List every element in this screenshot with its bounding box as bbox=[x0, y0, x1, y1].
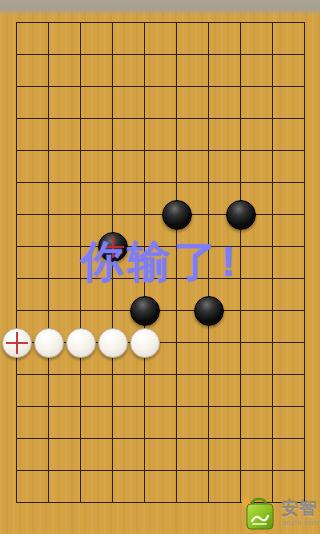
grid-cell bbox=[209, 471, 241, 503]
shopping-bag-icon bbox=[239, 497, 279, 530]
grid-cell bbox=[273, 215, 305, 247]
grid-cell bbox=[113, 439, 145, 471]
grid-cell bbox=[113, 343, 145, 375]
grid-cell bbox=[145, 247, 177, 279]
grid-cell bbox=[241, 215, 273, 247]
grid-cell bbox=[17, 119, 49, 151]
grid-cell bbox=[145, 439, 177, 471]
grid-cell bbox=[113, 407, 145, 439]
grid-cell bbox=[145, 151, 177, 183]
grid-cell bbox=[177, 439, 209, 471]
grid-cell bbox=[49, 119, 81, 151]
grid-cell bbox=[113, 471, 145, 503]
grid-cell bbox=[145, 343, 177, 375]
grid-cell bbox=[177, 471, 209, 503]
grid-cell bbox=[241, 55, 273, 87]
grid-cell bbox=[209, 151, 241, 183]
grid-cell bbox=[241, 311, 273, 343]
grid-cell bbox=[177, 151, 209, 183]
grid-cell bbox=[177, 87, 209, 119]
grid-cell bbox=[273, 23, 305, 55]
grid-cell bbox=[113, 311, 145, 343]
grid-cell bbox=[81, 407, 113, 439]
grid-cell bbox=[81, 23, 113, 55]
grid-cell bbox=[177, 215, 209, 247]
grid-cell bbox=[145, 279, 177, 311]
grid-cell bbox=[17, 23, 49, 55]
grid-cell bbox=[177, 279, 209, 311]
grid-cell bbox=[209, 183, 241, 215]
grid-cell bbox=[209, 247, 241, 279]
grid-cell bbox=[209, 439, 241, 471]
grid-cell bbox=[49, 343, 81, 375]
grid-cell bbox=[17, 311, 49, 343]
grid-cell bbox=[241, 23, 273, 55]
grid-cell bbox=[241, 151, 273, 183]
watermark-text: 安智 anzhi.com bbox=[282, 500, 318, 527]
grid-cell bbox=[145, 55, 177, 87]
grid-cell bbox=[145, 215, 177, 247]
grid-cell bbox=[81, 215, 113, 247]
grid-cell bbox=[273, 87, 305, 119]
grid-cell bbox=[273, 279, 305, 311]
grid-cell bbox=[145, 311, 177, 343]
grid-cell bbox=[209, 407, 241, 439]
grid-cell bbox=[273, 247, 305, 279]
grid-cell bbox=[17, 279, 49, 311]
grid-cell bbox=[81, 375, 113, 407]
grid-cell bbox=[17, 439, 49, 471]
grid-cell bbox=[241, 247, 273, 279]
grid-cell bbox=[113, 215, 145, 247]
grid-cell bbox=[113, 87, 145, 119]
anzhi-brand-label: 安智 bbox=[282, 500, 318, 517]
grid-cell bbox=[49, 183, 81, 215]
grid-cell bbox=[81, 55, 113, 87]
grid-cell bbox=[273, 183, 305, 215]
grid-cell bbox=[49, 279, 81, 311]
grid-cell bbox=[113, 247, 145, 279]
grid-cell bbox=[17, 471, 49, 503]
grid-cell bbox=[113, 183, 145, 215]
grid-cell bbox=[241, 343, 273, 375]
grid-cell bbox=[17, 55, 49, 87]
grid-cell bbox=[113, 375, 145, 407]
grid-cell bbox=[145, 407, 177, 439]
anzhi-site-label: anzhi.com bbox=[282, 519, 318, 527]
grid-cell bbox=[17, 183, 49, 215]
grid-cell bbox=[273, 407, 305, 439]
grid-cell bbox=[17, 343, 49, 375]
grid-cell bbox=[17, 215, 49, 247]
grid-cell bbox=[177, 23, 209, 55]
grid-cell bbox=[241, 407, 273, 439]
grid-cell bbox=[273, 119, 305, 151]
grid-cell bbox=[81, 343, 113, 375]
grid-cell bbox=[145, 87, 177, 119]
grid-cell bbox=[81, 87, 113, 119]
grid-cell bbox=[17, 247, 49, 279]
grid-cell bbox=[273, 375, 305, 407]
grid-cell bbox=[81, 247, 113, 279]
grid-cell bbox=[209, 375, 241, 407]
grid-cell bbox=[273, 151, 305, 183]
grid-cell bbox=[177, 247, 209, 279]
grid-cell bbox=[241, 375, 273, 407]
grid-cell bbox=[81, 119, 113, 151]
grid-cell bbox=[273, 55, 305, 87]
grid-cell bbox=[209, 279, 241, 311]
grid-cell bbox=[177, 343, 209, 375]
grid-cell bbox=[113, 279, 145, 311]
grid-cell bbox=[49, 87, 81, 119]
grid-cell bbox=[81, 471, 113, 503]
grid-cell bbox=[241, 279, 273, 311]
status-bar bbox=[0, 0, 320, 16]
grid-cell bbox=[113, 151, 145, 183]
board-grid[interactable] bbox=[16, 22, 305, 503]
grid-cell bbox=[113, 23, 145, 55]
grid-cell bbox=[49, 247, 81, 279]
grid-cell bbox=[145, 471, 177, 503]
grid-cell bbox=[145, 183, 177, 215]
grid-cell bbox=[177, 407, 209, 439]
grid-cell bbox=[209, 343, 241, 375]
grid-cell bbox=[49, 23, 81, 55]
grid-cell bbox=[49, 151, 81, 183]
grid-cell bbox=[49, 407, 81, 439]
grid-cell bbox=[145, 119, 177, 151]
grid-cell bbox=[177, 311, 209, 343]
anzhi-watermark: 安智 anzhi.com bbox=[239, 497, 318, 530]
grid-cell bbox=[17, 87, 49, 119]
grid-cell bbox=[49, 311, 81, 343]
grid-cell bbox=[241, 119, 273, 151]
grid-cell bbox=[273, 311, 305, 343]
grid-cell bbox=[49, 439, 81, 471]
grid-cell bbox=[49, 375, 81, 407]
grid-cell bbox=[241, 439, 273, 471]
grid-cell bbox=[209, 87, 241, 119]
grid-cell bbox=[81, 439, 113, 471]
grid-cell bbox=[17, 151, 49, 183]
grid-cell bbox=[17, 407, 49, 439]
grid-cell bbox=[49, 471, 81, 503]
grid-cell bbox=[81, 279, 113, 311]
grid-cell bbox=[81, 311, 113, 343]
grid-cell bbox=[177, 55, 209, 87]
grid-cell bbox=[241, 183, 273, 215]
grid-cell bbox=[81, 183, 113, 215]
grid-cell bbox=[273, 343, 305, 375]
grid-cell bbox=[273, 439, 305, 471]
grid-cell bbox=[177, 183, 209, 215]
grid-cell bbox=[113, 119, 145, 151]
grid-cell bbox=[145, 23, 177, 55]
grid-cell bbox=[17, 375, 49, 407]
grid-cell bbox=[209, 119, 241, 151]
grid-cell bbox=[241, 87, 273, 119]
grid-cell bbox=[49, 215, 81, 247]
grid-cell bbox=[209, 23, 241, 55]
grid-cell bbox=[177, 375, 209, 407]
grid-cell bbox=[209, 55, 241, 87]
gomoku-app-screen: 你输了! 安智 anzhi.com bbox=[0, 0, 320, 534]
grid-cell bbox=[113, 55, 145, 87]
grid-cell bbox=[145, 375, 177, 407]
grid-cell bbox=[209, 311, 241, 343]
grid-cell bbox=[177, 119, 209, 151]
grid-cell bbox=[81, 151, 113, 183]
grid-cell bbox=[49, 55, 81, 87]
grid-cell bbox=[209, 215, 241, 247]
